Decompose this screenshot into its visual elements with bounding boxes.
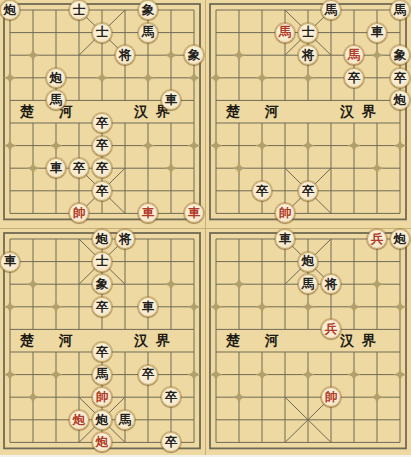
piece-black-horse[interactable]: 馬 <box>321 0 341 20</box>
piece-black-chariot[interactable]: 車 <box>0 252 20 272</box>
piece-black-soldier[interactable]: 卒 <box>298 181 318 201</box>
piece-black-cannon[interactable]: 炮 <box>390 90 410 110</box>
piece-red-general[interactable]: 帥 <box>275 203 295 223</box>
piece-black-horse[interactable]: 馬 <box>390 0 410 20</box>
piece-black-soldier[interactable]: 卒 <box>92 342 112 362</box>
piece-red-horse[interactable]: 馬 <box>275 23 295 43</box>
piece-black-elephant[interactable]: 象 <box>92 274 112 294</box>
pieces-layer: 炮将車士象卒車卒馬卒帥卒炮炮馬炮卒 <box>0 228 206 454</box>
piece-black-cannon[interactable]: 炮 <box>0 0 20 20</box>
pieces-layer: 馬馬馬士車将馬象卒卒炮卒卒帥 <box>205 0 411 225</box>
piece-black-soldier[interactable]: 卒 <box>92 297 112 317</box>
piece-red-horse[interactable]: 馬 <box>344 45 364 65</box>
piece-black-soldier[interactable]: 卒 <box>92 181 112 201</box>
piece-black-horse[interactable]: 馬 <box>92 365 112 385</box>
board-bottom-right[interactable]: 楚河汉界車兵炮炮馬将兵帥 <box>206 229 411 457</box>
piece-black-horse[interactable]: 馬 <box>46 90 66 110</box>
piece-black-chariot[interactable]: 車 <box>46 158 66 178</box>
piece-black-general[interactable]: 将 <box>298 45 318 65</box>
piece-black-advisor[interactable]: 士 <box>298 23 318 43</box>
piece-black-soldier[interactable]: 卒 <box>252 181 272 201</box>
piece-red-cannon[interactable]: 炮 <box>92 432 112 452</box>
piece-red-general[interactable]: 帥 <box>321 387 341 407</box>
piece-black-chariot[interactable]: 車 <box>275 229 295 249</box>
piece-black-soldier[interactable]: 卒 <box>344 68 364 88</box>
xiangqi-four-board-screen: 楚河汉界炮士象士馬将象炮馬車卒卒車卒卒卒帥車車 楚河汉界馬馬馬士車将馬象卒卒炮卒… <box>0 0 411 457</box>
piece-black-horse[interactable]: 馬 <box>138 23 158 43</box>
piece-black-soldier[interactable]: 卒 <box>69 158 89 178</box>
piece-black-advisor[interactable]: 士 <box>92 252 112 272</box>
piece-red-chariot[interactable]: 車 <box>138 203 158 223</box>
piece-black-elephant[interactable]: 象 <box>138 0 158 20</box>
pieces-layer: 車兵炮炮馬将兵帥 <box>205 228 411 454</box>
piece-black-horse[interactable]: 馬 <box>115 410 135 430</box>
piece-red-general[interactable]: 帥 <box>69 203 89 223</box>
piece-black-cannon[interactable]: 炮 <box>390 229 410 249</box>
piece-black-soldier[interactable]: 卒 <box>92 158 112 178</box>
piece-black-advisor[interactable]: 士 <box>69 0 89 20</box>
piece-black-chariot[interactable]: 車 <box>161 90 181 110</box>
piece-black-cannon[interactable]: 炮 <box>92 229 112 249</box>
piece-red-chariot[interactable]: 車 <box>184 203 204 223</box>
board-bottom-left[interactable]: 楚河汉界炮将車士象卒車卒馬卒帥卒炮炮馬炮卒 <box>0 229 205 457</box>
piece-black-elephant[interactable]: 象 <box>390 45 410 65</box>
piece-black-soldier[interactable]: 卒 <box>138 365 158 385</box>
piece-black-elephant[interactable]: 象 <box>184 45 204 65</box>
piece-red-general[interactable]: 帥 <box>92 387 112 407</box>
board-top-left[interactable]: 楚河汉界炮士象士馬将象炮馬車卒卒車卒卒卒帥車車 <box>0 0 205 228</box>
piece-black-soldier[interactable]: 卒 <box>390 68 410 88</box>
piece-black-cannon[interactable]: 炮 <box>298 252 318 272</box>
piece-red-cannon[interactable]: 炮 <box>69 410 89 430</box>
piece-red-soldier[interactable]: 兵 <box>367 229 387 249</box>
pieces-layer: 炮士象士馬将象炮馬車卒卒車卒卒卒帥車車 <box>0 0 206 225</box>
piece-black-soldier[interactable]: 卒 <box>92 136 112 156</box>
piece-black-chariot[interactable]: 車 <box>367 23 387 43</box>
piece-black-chariot[interactable]: 車 <box>138 297 158 317</box>
piece-black-general[interactable]: 将 <box>321 274 341 294</box>
piece-black-soldier[interactable]: 卒 <box>161 387 181 407</box>
piece-red-soldier[interactable]: 兵 <box>321 319 341 339</box>
piece-black-advisor[interactable]: 士 <box>92 23 112 43</box>
piece-black-soldier[interactable]: 卒 <box>161 432 181 452</box>
board-top-right[interactable]: 楚河汉界馬馬馬士車将馬象卒卒炮卒卒帥 <box>206 0 411 228</box>
piece-black-horse[interactable]: 馬 <box>298 274 318 294</box>
piece-black-soldier[interactable]: 卒 <box>92 113 112 133</box>
piece-black-cannon[interactable]: 炮 <box>46 68 66 88</box>
piece-black-general[interactable]: 将 <box>115 45 135 65</box>
piece-black-general[interactable]: 将 <box>115 229 135 249</box>
piece-black-cannon[interactable]: 炮 <box>92 410 112 430</box>
